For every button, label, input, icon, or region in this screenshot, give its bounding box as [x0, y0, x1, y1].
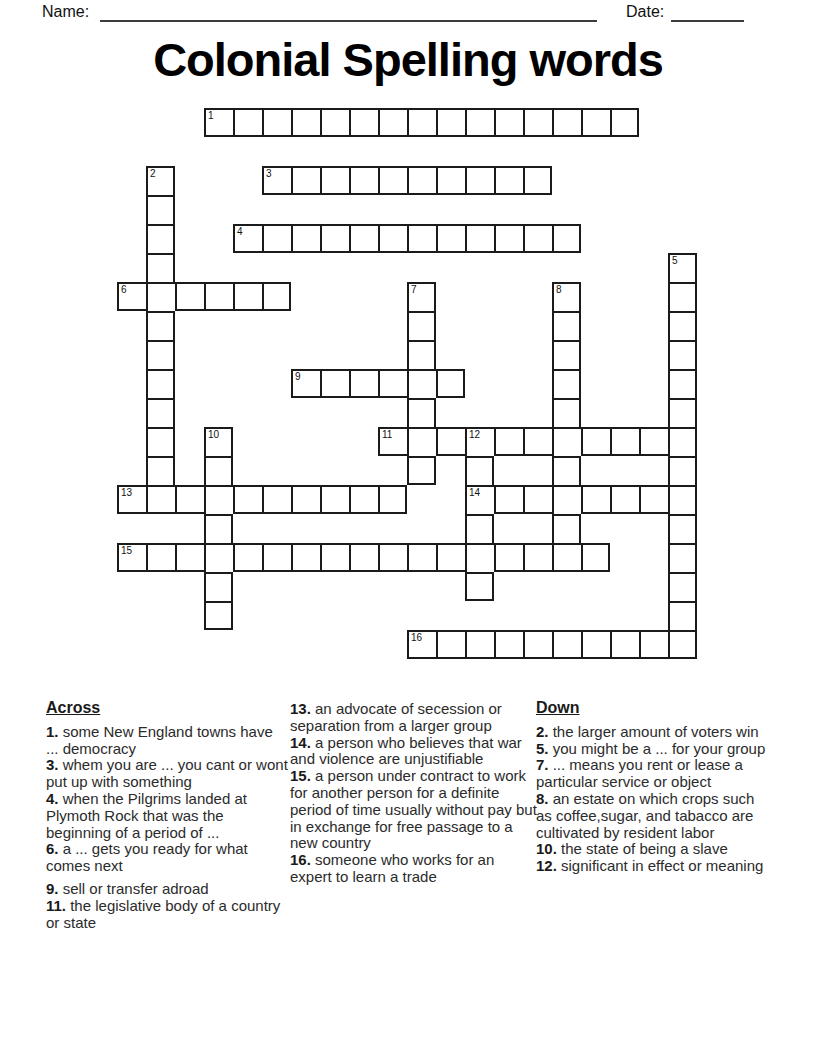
grid-block: [204, 398, 233, 427]
grid-block: [291, 456, 320, 485]
grid-cell[interactable]: [552, 485, 581, 514]
grid-cell[interactable]: [610, 108, 639, 137]
across-clue: 6. a ... gets you ready for what comes n…: [46, 841, 288, 875]
grid-cell[interactable]: [407, 398, 436, 427]
grid-cell[interactable]: [668, 369, 697, 398]
grid-block: [233, 311, 262, 340]
clue-text: the state of being a slave: [557, 840, 728, 857]
grid-block: [349, 340, 378, 369]
grid-cell[interactable]: 1: [204, 108, 233, 137]
grid-block: [262, 514, 291, 543]
grid-block: [436, 195, 465, 224]
across-clue: 3. whem you are ... you cant or wont put…: [46, 757, 288, 791]
grid-cell[interactable]: [291, 543, 320, 572]
grid-cell[interactable]: 16: [407, 630, 436, 659]
grid-cell[interactable]: [494, 543, 523, 572]
grid-cell[interactable]: [291, 224, 320, 253]
grid-block: [523, 137, 552, 166]
grid-block: [262, 398, 291, 427]
grid-cell[interactable]: [233, 543, 262, 572]
grid-block: [204, 253, 233, 282]
grid-cell[interactable]: [552, 369, 581, 398]
grid-block: [639, 282, 668, 311]
grid-block: [320, 340, 349, 369]
grid-block: [262, 340, 291, 369]
grid-block: [581, 340, 610, 369]
grid-cell[interactable]: 7: [407, 282, 436, 311]
grid-block: [175, 456, 204, 485]
grid-cell[interactable]: [465, 514, 494, 543]
grid-cell[interactable]: [175, 282, 204, 311]
grid-cell[interactable]: [552, 398, 581, 427]
grid-block: [204, 166, 233, 195]
grid-cell[interactable]: [465, 166, 494, 195]
grid-cell[interactable]: 12: [465, 427, 494, 456]
grid-cell[interactable]: [523, 108, 552, 137]
grid-cell[interactable]: [407, 224, 436, 253]
grid-block: [320, 195, 349, 224]
grid-cell[interactable]: [146, 369, 175, 398]
grid-cell[interactable]: [320, 543, 349, 572]
grid-cell[interactable]: [146, 398, 175, 427]
grid-cell[interactable]: [436, 369, 465, 398]
grid-block: [117, 514, 146, 543]
grid-block: [233, 630, 262, 659]
grid-block: [639, 369, 668, 398]
grid-block: [523, 369, 552, 398]
grid-cell[interactable]: [436, 166, 465, 195]
grid-block: [349, 311, 378, 340]
grid-cell[interactable]: [668, 282, 697, 311]
grid-cell[interactable]: [523, 630, 552, 659]
grid-block: [465, 311, 494, 340]
grid-cell[interactable]: [436, 543, 465, 572]
grid-block: [291, 572, 320, 601]
grid-block: [610, 282, 639, 311]
grid-cell[interactable]: [465, 456, 494, 485]
grid-block: [349, 601, 378, 630]
down-clue-list: 2. the larger amount of voters win5. you…: [536, 724, 770, 875]
grid-cell[interactable]: [523, 427, 552, 456]
down-clue: 12. significant in effect or meaning: [536, 858, 770, 875]
grid-cell[interactable]: [262, 108, 291, 137]
grid-block: [581, 398, 610, 427]
grid-cell[interactable]: [523, 543, 552, 572]
across-heading: Across: [46, 700, 288, 717]
grid-cell[interactable]: [291, 108, 320, 137]
grid-block: [523, 572, 552, 601]
grid-block: [320, 398, 349, 427]
grid-cell[interactable]: [552, 514, 581, 543]
grid-cell[interactable]: [320, 224, 349, 253]
grid-block: [436, 137, 465, 166]
grid-block: [610, 166, 639, 195]
across-clue: 15. a person under contract to work for …: [290, 768, 540, 852]
grid-cell[interactable]: [175, 485, 204, 514]
grid-block: [291, 630, 320, 659]
grid-cell[interactable]: [668, 485, 697, 514]
date-input-line[interactable]: [671, 20, 744, 22]
across-clue-list: 1. some New England towns have ... democ…: [46, 724, 288, 932]
grid-cell[interactable]: [668, 630, 697, 659]
grid-cell[interactable]: 8: [552, 282, 581, 311]
grid-block: [465, 340, 494, 369]
grid-block: [117, 311, 146, 340]
grid-cell[interactable]: [581, 108, 610, 137]
across-clue: 4. when the Pilgrims landed at Plymoth R…: [46, 791, 288, 841]
grid-block: [320, 311, 349, 340]
grid-block: [117, 137, 146, 166]
grid-block: [494, 311, 523, 340]
grid-block: [465, 282, 494, 311]
grid-block: [117, 398, 146, 427]
grid-block: [175, 311, 204, 340]
grid-block: [233, 166, 262, 195]
clue-text: an estate on which crops such as coffee,…: [536, 790, 754, 841]
grid-block: [146, 601, 175, 630]
grid-block: [233, 369, 262, 398]
grid-block: [175, 340, 204, 369]
grid-block: [378, 282, 407, 311]
grid-cell[interactable]: [175, 543, 204, 572]
grid-block: [291, 601, 320, 630]
grid-cell[interactable]: [378, 369, 407, 398]
grid-block: [639, 572, 668, 601]
grid-block: [639, 340, 668, 369]
clue-number-label: 3.: [46, 756, 59, 773]
grid-block: [436, 456, 465, 485]
grid-cell[interactable]: [552, 108, 581, 137]
grid-cell[interactable]: [523, 166, 552, 195]
clue-number-label: 14.: [290, 734, 311, 751]
grid-block: [175, 630, 204, 659]
grid-cell[interactable]: [552, 311, 581, 340]
grid-block: [349, 253, 378, 282]
grid-block: [436, 601, 465, 630]
grid-cell[interactable]: [581, 630, 610, 659]
grid-cell[interactable]: [610, 630, 639, 659]
grid-cell[interactable]: [436, 427, 465, 456]
grid-block: [581, 514, 610, 543]
grid-cell[interactable]: [204, 282, 233, 311]
grid-cell[interactable]: [668, 543, 697, 572]
grid-block: [262, 195, 291, 224]
down-clue: 2. the larger amount of voters win: [536, 724, 770, 741]
grid-block: [465, 398, 494, 427]
grid-cell[interactable]: [320, 166, 349, 195]
grid-block: [117, 572, 146, 601]
grid-cell[interactable]: [146, 485, 175, 514]
grid-cell[interactable]: [494, 224, 523, 253]
grid-block: [146, 108, 175, 137]
grid-cell[interactable]: [668, 398, 697, 427]
grid-cell[interactable]: [407, 543, 436, 572]
grid-cell[interactable]: [552, 224, 581, 253]
grid-cell[interactable]: [146, 253, 175, 282]
grid-cell[interactable]: [291, 166, 320, 195]
clue-number: 3: [266, 168, 272, 179]
grid-block: [146, 514, 175, 543]
grid-block: [436, 311, 465, 340]
grid-block: [349, 137, 378, 166]
grid-block: [291, 137, 320, 166]
grid-cell[interactable]: [204, 601, 233, 630]
grid-block: [233, 514, 262, 543]
clue-text: sell or transfer adroad: [59, 880, 209, 897]
grid-cell[interactable]: [407, 369, 436, 398]
grid-block: [378, 601, 407, 630]
grid-cell[interactable]: [233, 108, 262, 137]
grid-block: [581, 572, 610, 601]
grid-cell[interactable]: [494, 108, 523, 137]
grid-block: [494, 601, 523, 630]
grid-block: [204, 224, 233, 253]
grid-block: [581, 282, 610, 311]
grid-cell[interactable]: [407, 311, 436, 340]
grid-cell[interactable]: [668, 572, 697, 601]
grid-cell[interactable]: [465, 572, 494, 601]
grid-cell[interactable]: 2: [146, 166, 175, 195]
down-heading: Down: [536, 700, 770, 717]
grid-cell[interactable]: 4: [233, 224, 262, 253]
down-clue: 10. the state of being a slave: [536, 841, 770, 858]
grid-block: [320, 253, 349, 282]
grid-cell[interactable]: [146, 456, 175, 485]
grid-cell[interactable]: [378, 485, 407, 514]
grid-cell[interactable]: [204, 485, 233, 514]
grid-cell[interactable]: [581, 543, 610, 572]
grid-cell[interactable]: [291, 485, 320, 514]
grid-cell[interactable]: 11: [378, 427, 407, 456]
grid-cell[interactable]: [349, 543, 378, 572]
grid-block: [523, 456, 552, 485]
grid-cell[interactable]: 3: [262, 166, 291, 195]
grid-cell[interactable]: [320, 108, 349, 137]
grid-cell[interactable]: [523, 485, 552, 514]
grid-block: [494, 195, 523, 224]
grid-cell[interactable]: [349, 224, 378, 253]
grid-block: [378, 253, 407, 282]
clue-text: a ... gets you ready for what comes next: [46, 840, 248, 874]
grid-cell[interactable]: [494, 485, 523, 514]
grid-cell[interactable]: 13: [117, 485, 146, 514]
grid-cell[interactable]: [262, 224, 291, 253]
grid-block: [378, 398, 407, 427]
down-clues-column: Down 2. the larger amount of voters win5…: [536, 700, 770, 875]
grid-block: [117, 166, 146, 195]
grid-block: [175, 427, 204, 456]
grid-block: [581, 456, 610, 485]
clue-number-label: 16.: [290, 851, 311, 868]
grid-cell[interactable]: [204, 572, 233, 601]
grid-cell[interactable]: 6: [117, 282, 146, 311]
clue-number-label: 9.: [46, 880, 59, 897]
grid-block: [175, 224, 204, 253]
grid-block: [552, 195, 581, 224]
grid-cell[interactable]: [668, 514, 697, 543]
grid-cell[interactable]: [668, 340, 697, 369]
grid-cell[interactable]: [436, 108, 465, 137]
grid-cell[interactable]: [552, 427, 581, 456]
clue-number-label: 4.: [46, 790, 59, 807]
grid-cell[interactable]: [465, 108, 494, 137]
grid-block: [668, 224, 697, 253]
clue-text: the larger amount of voters win: [549, 723, 759, 740]
grid-cell[interactable]: 10: [204, 427, 233, 456]
grid-block: [465, 137, 494, 166]
grid-cell[interactable]: [320, 485, 349, 514]
grid-cell[interactable]: [204, 456, 233, 485]
grid-cell[interactable]: 5: [668, 253, 697, 282]
grid-cell[interactable]: [465, 630, 494, 659]
grid-block: [610, 514, 639, 543]
grid-cell[interactable]: [581, 485, 610, 514]
grid-cell[interactable]: [233, 282, 262, 311]
grid-block: [639, 224, 668, 253]
grid-cell[interactable]: [668, 601, 697, 630]
grid-cell[interactable]: [552, 630, 581, 659]
grid-block: [378, 514, 407, 543]
grid-cell[interactable]: [378, 108, 407, 137]
grid-cell[interactable]: [436, 630, 465, 659]
clue-number: 16: [411, 632, 422, 643]
grid-cell[interactable]: [639, 427, 668, 456]
grid-block: [552, 572, 581, 601]
grid-cell[interactable]: [668, 427, 697, 456]
grid-cell[interactable]: [349, 166, 378, 195]
clue-number: 15: [121, 545, 132, 556]
grid-block: [523, 398, 552, 427]
grid-cell[interactable]: [262, 282, 291, 311]
grid-block: [639, 137, 668, 166]
grid-block: [436, 514, 465, 543]
grid-cell[interactable]: [668, 456, 697, 485]
grid-cell[interactable]: [204, 543, 233, 572]
grid-cell[interactable]: [233, 485, 262, 514]
grid-cell[interactable]: [610, 427, 639, 456]
across-clue: 1. some New England towns have ... democ…: [46, 724, 288, 758]
grid-cell[interactable]: [552, 543, 581, 572]
clue-number: 13: [121, 487, 132, 498]
grid-cell[interactable]: [146, 224, 175, 253]
grid-cell[interactable]: 15: [117, 543, 146, 572]
grid-block: [465, 195, 494, 224]
grid-block: [436, 572, 465, 601]
grid-cell[interactable]: [146, 282, 175, 311]
grid-block: [407, 253, 436, 282]
clue-number-label: 5.: [536, 740, 549, 757]
clue-number-label: 13.: [290, 700, 311, 717]
grid-cell[interactable]: [262, 543, 291, 572]
grid-cell[interactable]: [465, 224, 494, 253]
clue-number: 14: [469, 487, 480, 498]
grid-cell[interactable]: [262, 485, 291, 514]
across-clue: 9. sell or transfer adroad: [46, 881, 288, 898]
grid-cell[interactable]: [610, 485, 639, 514]
grid-block: [233, 427, 262, 456]
grid-cell[interactable]: [668, 311, 697, 340]
grid-block: [291, 427, 320, 456]
grid-cell[interactable]: [146, 195, 175, 224]
grid-block: [233, 572, 262, 601]
grid-cell[interactable]: [465, 543, 494, 572]
grid-cell[interactable]: [581, 427, 610, 456]
grid-block: [494, 253, 523, 282]
grid-cell[interactable]: [378, 543, 407, 572]
grid-block: [117, 601, 146, 630]
grid-block: [552, 253, 581, 282]
clue-number: 2: [150, 168, 156, 179]
grid-cell[interactable]: [146, 427, 175, 456]
grid-block: [436, 398, 465, 427]
clue-text: the legislative body of a country or sta…: [46, 897, 280, 931]
grid-block: [639, 253, 668, 282]
grid-block: [407, 195, 436, 224]
grid-block: [552, 137, 581, 166]
grid-cell[interactable]: 9: [291, 369, 320, 398]
grid-cell[interactable]: [523, 224, 552, 253]
grid-cell[interactable]: [407, 166, 436, 195]
grid-block: [204, 195, 233, 224]
grid-cell[interactable]: [146, 543, 175, 572]
grid-block: [320, 456, 349, 485]
grid-cell[interactable]: [407, 108, 436, 137]
crossword-grid: 12345678910111213141516: [117, 108, 697, 659]
grid-block: [494, 456, 523, 485]
grid-block: [639, 601, 668, 630]
name-input-line[interactable]: [100, 20, 597, 22]
grid-cell[interactable]: [146, 311, 175, 340]
grid-block: [436, 340, 465, 369]
grid-cell[interactable]: [204, 514, 233, 543]
clue-text: some New England towns have ... democrac…: [46, 723, 273, 757]
grid-cell[interactable]: 14: [465, 485, 494, 514]
clue-number: 4: [237, 226, 243, 237]
grid-cell[interactable]: [349, 369, 378, 398]
grid-cell[interactable]: [639, 630, 668, 659]
grid-block: [233, 398, 262, 427]
grid-block: [291, 340, 320, 369]
grid-cell[interactable]: [552, 340, 581, 369]
grid-cell[interactable]: [349, 108, 378, 137]
grid-block: [494, 398, 523, 427]
grid-cell[interactable]: [407, 456, 436, 485]
grid-cell[interactable]: [494, 166, 523, 195]
clue-text: when the Pilgrims landed at Plymoth Rock…: [46, 790, 247, 841]
grid-block: [349, 195, 378, 224]
grid-cell[interactable]: [320, 369, 349, 398]
grid-block: [233, 137, 262, 166]
grid-cell[interactable]: [639, 485, 668, 514]
grid-cell[interactable]: [494, 630, 523, 659]
grid-cell[interactable]: [146, 340, 175, 369]
grid-cell[interactable]: [378, 166, 407, 195]
grid-cell[interactable]: [436, 224, 465, 253]
clue-text: whem you are ... you cant or wont put up…: [46, 756, 288, 790]
grid-block: [523, 601, 552, 630]
name-label: Name:: [42, 3, 89, 21]
grid-cell[interactable]: [494, 427, 523, 456]
grid-block: [175, 514, 204, 543]
grid-cell[interactable]: [349, 485, 378, 514]
grid-cell[interactable]: [378, 224, 407, 253]
grid-cell[interactable]: [552, 456, 581, 485]
grid-block: [610, 224, 639, 253]
grid-block: [175, 166, 204, 195]
grid-cell[interactable]: [407, 340, 436, 369]
grid-block: [523, 253, 552, 282]
grid-cell[interactable]: [407, 427, 436, 456]
